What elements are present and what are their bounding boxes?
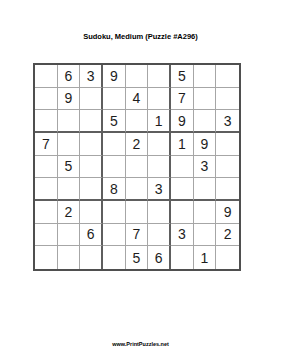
sudoku-cell-r3c1[interactable] [35,110,58,133]
sudoku-cell-r8c3[interactable]: 6 [80,224,103,247]
sudoku-cell-r4c1[interactable]: 7 [35,133,58,156]
sudoku-cell-r2c3[interactable] [80,88,103,111]
sudoku-cell-r7c5[interactable] [126,201,149,224]
sudoku-cell-r8c8[interactable] [194,224,217,247]
sudoku-cell-r3c6[interactable]: 1 [148,110,171,133]
sudoku-cell-r1c6[interactable] [148,65,171,88]
sudoku-cell-r9c7[interactable] [171,246,194,269]
page: Sudoku, Medium (Puzzle #A296) 6395947519… [0,0,281,363]
sudoku-cell-r2c8[interactable] [194,88,217,111]
sudoku-cell-r5c9[interactable] [216,156,239,179]
sudoku-cell-r3c8[interactable] [194,110,217,133]
sudoku-cell-r4c9[interactable] [216,133,239,156]
sudoku-cell-r3c7[interactable]: 9 [171,110,194,133]
sudoku-cell-r1c5[interactable] [126,65,149,88]
sudoku-cell-r4c2[interactable] [58,133,81,156]
sudoku-cell-r5c3[interactable] [80,156,103,179]
sudoku-cell-r9c5[interactable]: 5 [126,246,149,269]
sudoku-cell-r7c7[interactable] [171,201,194,224]
sudoku-cell-r6c1[interactable] [35,178,58,201]
sudoku-cell-r7c1[interactable] [35,201,58,224]
sudoku-cell-r6c6[interactable]: 3 [148,178,171,201]
sudoku-cell-r4c6[interactable] [148,133,171,156]
sudoku-cell-r9c4[interactable] [103,246,126,269]
sudoku-cell-r5c5[interactable] [126,156,149,179]
sudoku-cell-r5c6[interactable] [148,156,171,179]
sudoku-cell-r4c4[interactable] [103,133,126,156]
sudoku-cell-r1c3[interactable]: 3 [80,65,103,88]
sudoku-cell-r3c4[interactable]: 5 [103,110,126,133]
puzzle-title: Sudoku, Medium (Puzzle #A296) [0,32,281,42]
sudoku-board: 6395947519372195383296732561 [33,63,241,271]
sudoku-cell-r4c3[interactable] [80,133,103,156]
sudoku-cell-r6c4[interactable]: 8 [103,178,126,201]
sudoku-cell-r8c4[interactable] [103,224,126,247]
sudoku-cell-r3c5[interactable] [126,110,149,133]
sudoku-cell-r8c6[interactable] [148,224,171,247]
sudoku-cell-r5c7[interactable] [171,156,194,179]
sudoku-cell-r7c9[interactable]: 9 [216,201,239,224]
sudoku-cell-r6c3[interactable] [80,178,103,201]
sudoku-cell-r1c4[interactable]: 9 [103,65,126,88]
sudoku-cell-r5c4[interactable] [103,156,126,179]
sudoku-cell-r5c8[interactable]: 3 [194,156,217,179]
sudoku-cell-r2c6[interactable] [148,88,171,111]
sudoku-cell-r2c5[interactable]: 4 [126,88,149,111]
sudoku-cell-r6c7[interactable] [171,178,194,201]
sudoku-cell-r3c2[interactable] [58,110,81,133]
sudoku-cell-r5c2[interactable]: 5 [58,156,81,179]
sudoku-cell-r2c7[interactable]: 7 [171,88,194,111]
sudoku-cell-r9c2[interactable] [58,246,81,269]
sudoku-cell-r1c2[interactable]: 6 [58,65,81,88]
sudoku-cell-r8c1[interactable] [35,224,58,247]
sudoku-cell-r6c8[interactable] [194,178,217,201]
sudoku-cell-r9c3[interactable] [80,246,103,269]
sudoku-cell-r3c9[interactable]: 3 [216,110,239,133]
sudoku-cell-r7c6[interactable] [148,201,171,224]
sudoku-cell-r6c2[interactable] [58,178,81,201]
sudoku-cell-r4c5[interactable]: 2 [126,133,149,156]
sudoku-cell-r9c1[interactable] [35,246,58,269]
sudoku-cell-r8c5[interactable]: 7 [126,224,149,247]
sudoku-cell-r1c1[interactable] [35,65,58,88]
sudoku-cell-r5c1[interactable] [35,156,58,179]
sudoku-cell-r4c7[interactable]: 1 [171,133,194,156]
sudoku-cell-r2c4[interactable] [103,88,126,111]
sudoku-cell-r8c7[interactable]: 3 [171,224,194,247]
sudoku-cell-r2c2[interactable]: 9 [58,88,81,111]
sudoku-cell-r8c9[interactable]: 2 [216,224,239,247]
sudoku-cell-r6c9[interactable] [216,178,239,201]
sudoku-cell-r8c2[interactable] [58,224,81,247]
sudoku-cell-r6c5[interactable] [126,178,149,201]
sudoku-cell-r7c8[interactable] [194,201,217,224]
sudoku-cell-r9c8[interactable]: 1 [194,246,217,269]
sudoku-cell-r4c8[interactable]: 9 [194,133,217,156]
sudoku-cell-r1c9[interactable] [216,65,239,88]
sudoku-cell-r1c8[interactable] [194,65,217,88]
sudoku-cell-r9c9[interactable] [216,246,239,269]
sudoku-cell-r9c6[interactable]: 6 [148,246,171,269]
sudoku-cell-r7c2[interactable]: 2 [58,201,81,224]
sudoku-cell-r2c1[interactable] [35,88,58,111]
sudoku-cell-r7c3[interactable] [80,201,103,224]
sudoku-cell-r7c4[interactable] [103,201,126,224]
sudoku-cell-r3c3[interactable] [80,110,103,133]
footer-url: www.PrintPuzzles.net [0,340,281,348]
sudoku-cell-r2c9[interactable] [216,88,239,111]
sudoku-cell-r1c7[interactable]: 5 [171,65,194,88]
